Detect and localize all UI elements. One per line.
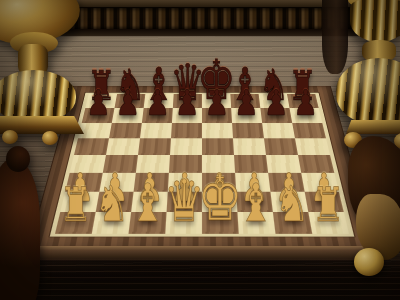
piece-black-pawn-a7[interactable]: ♟ [86,86,111,121]
piece-white-rook-h1[interactable]: ♜ [312,182,345,229]
urn-fluted-base [336,58,400,124]
square-h5[interactable] [295,138,330,155]
square-f5[interactable] [233,138,266,155]
square-f6[interactable] [232,123,264,139]
square-h6[interactable] [292,123,326,139]
piece-white-knight-g1[interactable]: ♞ [275,180,310,230]
gold-ball-foot [354,248,384,276]
carved-figurine [0,158,40,300]
urn-cup [350,0,400,42]
square-g5[interactable] [264,138,298,155]
piece-black-pawn-h7[interactable]: ♟ [293,86,318,121]
piece-black-pawn-e7[interactable]: ♟ [204,86,229,121]
urn-ball-foot [42,131,58,145]
photo-scene: ♜♞♝♛♚♝♞♜♟♟♟♟♟♟♟♟♟♟♟♟♟♟♟♟♜♞♝♛♚♝♞♜ [0,0,400,300]
piece-black-pawn-g7[interactable]: ♟ [264,86,289,121]
piece-black-pawn-c7[interactable]: ♟ [145,86,170,121]
square-e6[interactable] [202,123,233,139]
table-foreground [0,259,400,300]
urn-fluted-base [0,70,76,122]
piece-black-pawn-d7[interactable]: ♟ [175,86,200,121]
square-c6[interactable] [140,123,172,139]
square-e5[interactable] [202,138,234,155]
square-b5[interactable] [106,138,140,155]
gilded-urn-left [0,0,92,142]
square-g6[interactable] [262,123,295,139]
piece-white-bishop-c1[interactable]: ♝ [129,177,166,229]
piece-white-bishop-f1[interactable]: ♝ [238,177,275,229]
piece-black-pawn-b7[interactable]: ♟ [116,86,141,121]
square-d6[interactable] [171,123,202,139]
square-b6[interactable] [109,123,142,139]
square-c5[interactable] [138,138,171,155]
piece-white-knight-b1[interactable]: ♞ [94,180,129,230]
urn-ball-foot [2,130,18,144]
piece-white-king-e1[interactable]: ♚ [198,167,243,231]
piece-white-rook-a1[interactable]: ♜ [59,182,92,229]
piece-black-pawn-f7[interactable]: ♟ [234,86,259,121]
square-d5[interactable] [170,138,202,155]
